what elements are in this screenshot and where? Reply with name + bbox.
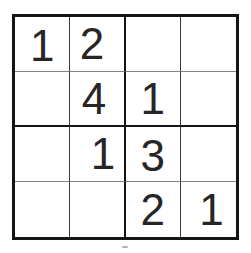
cell-r1c3[interactable] [126,17,181,72]
given-digit: 1 [140,77,164,121]
cell-r4c1[interactable] [15,182,70,237]
given-digit: 1 [91,132,115,176]
cell-r2c2: 4 [70,72,125,127]
given-digit: 1 [199,188,223,232]
cell-r4c3: 2 [126,182,181,237]
given-digit: 2 [80,22,104,66]
given-digit: 1 [30,24,54,68]
cell-r1c2: 2 [70,17,125,72]
given-digit: 2 [140,188,164,232]
cell-r2c3: 1 [126,72,181,127]
cell-r3c3: 3 [126,127,181,182]
cropped-caption-mark [122,246,128,248]
sudoku-board: 12411321 [12,14,239,240]
cell-r1c1: 1 [15,17,70,72]
cell-r3c1[interactable] [15,127,70,182]
cell-r3c2: 1 [70,127,125,182]
cell-r2c4[interactable] [181,72,236,127]
cell-r4c2[interactable] [70,182,125,237]
cell-r1c4[interactable] [181,17,236,72]
cell-r3c4[interactable] [181,127,236,182]
given-digit: 4 [82,77,106,121]
given-digit: 3 [140,134,164,178]
cell-r4c4: 1 [181,182,236,237]
cell-r2c1[interactable] [15,72,70,127]
